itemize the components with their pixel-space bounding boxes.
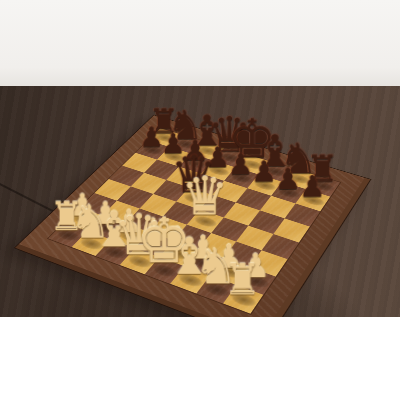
piece-light-rook-h1[interactable]: ♜	[209, 258, 276, 301]
background-wall	[0, 0, 400, 86]
foreground-white-band	[0, 317, 400, 400]
chess-set-photo: ♜♞♝♛♚♝♞♜♟♟♟♟♟♟♟♟♛♛♟♟♟♟♟♟♟♟♜♞♝♛♚♝♞♜	[0, 0, 400, 400]
